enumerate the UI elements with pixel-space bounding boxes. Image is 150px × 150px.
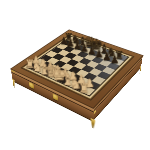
chess-set-photo: ♜♞♝♛♚♝♞♜♟♟♟♟♟♟♟♟♟♟♟♟♟♟♟♟♜♞♝♛♚♝♞♜ xyxy=(0,0,150,150)
square-h1: ♜ xyxy=(81,86,95,95)
board-frame: ♜♞♝♛♚♝♞♜♟♟♟♟♟♟♟♟♟♟♟♟♟♟♟♟♜♞♝♛♚♝♞♜ xyxy=(10,30,144,109)
square-h7: ♟ xyxy=(112,58,124,65)
chess-set: ♜♞♝♛♚♝♞♜♟♟♟♟♟♟♟♟♟♟♟♟♟♟♟♟♜♞♝♛♚♝♞♜ xyxy=(10,30,144,109)
white-rook: ♜ xyxy=(67,82,99,95)
brass-foot-icon xyxy=(11,78,16,88)
black-pawn: ♟ xyxy=(100,55,128,65)
brass-foot-icon xyxy=(139,64,142,75)
